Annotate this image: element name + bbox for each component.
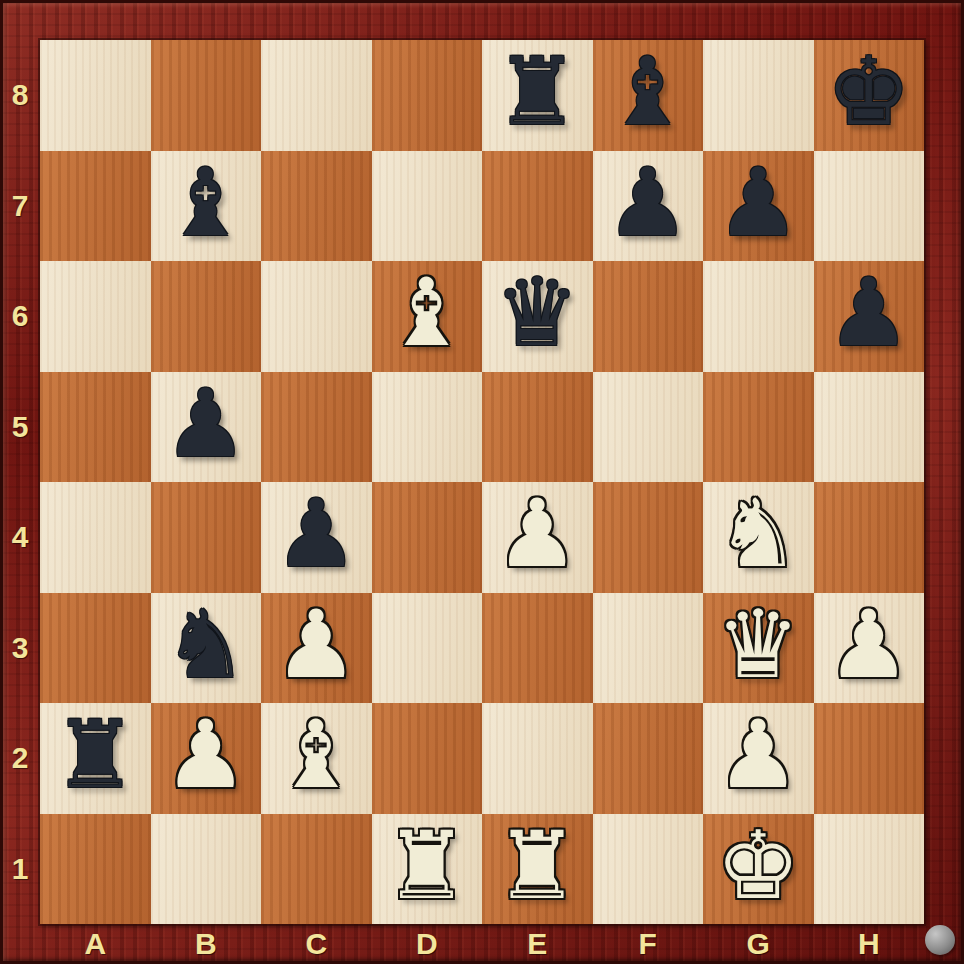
square-c5[interactable] xyxy=(261,372,372,483)
white-bishop[interactable]: ♝ xyxy=(274,708,358,802)
rank-label-6: 6 xyxy=(0,261,40,372)
square-c7[interactable] xyxy=(261,151,372,262)
square-b8[interactable] xyxy=(151,40,262,151)
square-b5[interactable]: ♟ xyxy=(151,372,262,483)
square-f8[interactable]: ♝ xyxy=(593,40,704,151)
square-d4[interactable] xyxy=(372,482,483,593)
square-g3[interactable]: ♛ xyxy=(703,593,814,704)
chess-board: ♜♝♚♝♟♟♝♛♟♟♟♟♞♞♟♛♟♜♟♝♟♜♜♚ xyxy=(40,40,924,924)
square-d3[interactable] xyxy=(372,593,483,704)
square-d7[interactable] xyxy=(372,151,483,262)
square-f7[interactable]: ♟ xyxy=(593,151,704,262)
square-h8[interactable]: ♚ xyxy=(814,40,925,151)
file-label-a: A xyxy=(40,924,151,964)
black-pawn[interactable]: ♟ xyxy=(716,156,800,250)
square-h4[interactable] xyxy=(814,482,925,593)
square-g1[interactable]: ♚ xyxy=(703,814,814,925)
square-f5[interactable] xyxy=(593,372,704,483)
square-c1[interactable] xyxy=(261,814,372,925)
square-b6[interactable] xyxy=(151,261,262,372)
square-a6[interactable] xyxy=(40,261,151,372)
square-h5[interactable] xyxy=(814,372,925,483)
square-f2[interactable] xyxy=(593,703,704,814)
square-h3[interactable]: ♟ xyxy=(814,593,925,704)
square-b7[interactable]: ♝ xyxy=(151,151,262,262)
file-label-b: B xyxy=(151,924,262,964)
square-h2[interactable] xyxy=(814,703,925,814)
black-king[interactable]: ♚ xyxy=(827,45,911,139)
square-h1[interactable] xyxy=(814,814,925,925)
square-e7[interactable] xyxy=(482,151,593,262)
square-g2[interactable]: ♟ xyxy=(703,703,814,814)
square-e4[interactable]: ♟ xyxy=(482,482,593,593)
file-label-h: H xyxy=(814,924,925,964)
black-bishop[interactable]: ♝ xyxy=(606,45,690,139)
square-c3[interactable]: ♟ xyxy=(261,593,372,704)
rank-label-4: 4 xyxy=(0,482,40,593)
rank-label-1: 1 xyxy=(0,814,40,925)
rank-label-5: 5 xyxy=(0,372,40,483)
square-c2[interactable]: ♝ xyxy=(261,703,372,814)
square-b2[interactable]: ♟ xyxy=(151,703,262,814)
square-e6[interactable]: ♛ xyxy=(482,261,593,372)
square-g7[interactable]: ♟ xyxy=(703,151,814,262)
black-rook[interactable]: ♜ xyxy=(495,45,579,139)
square-d2[interactable] xyxy=(372,703,483,814)
square-d6[interactable]: ♝ xyxy=(372,261,483,372)
white-pawn[interactable]: ♟ xyxy=(827,598,911,692)
rank-label-8: 8 xyxy=(0,40,40,151)
white-bishop[interactable]: ♝ xyxy=(385,266,469,360)
square-a1[interactable] xyxy=(40,814,151,925)
square-b1[interactable] xyxy=(151,814,262,925)
square-e5[interactable] xyxy=(482,372,593,483)
square-e8[interactable]: ♜ xyxy=(482,40,593,151)
black-bishop[interactable]: ♝ xyxy=(164,156,248,250)
square-a5[interactable] xyxy=(40,372,151,483)
white-rook[interactable]: ♜ xyxy=(385,819,469,913)
file-labels: ABCDEFGH xyxy=(40,924,924,964)
white-pawn[interactable]: ♟ xyxy=(716,708,800,802)
rank-label-7: 7 xyxy=(0,151,40,262)
square-e1[interactable]: ♜ xyxy=(482,814,593,925)
chessboard-diagram: 87654321 ABCDEFGH ♜♝♚♝♟♟♝♛♟♟♟♟♞♞♟♛♟♜♟♝♟♜… xyxy=(0,0,964,964)
white-pawn[interactable]: ♟ xyxy=(495,487,579,581)
square-f1[interactable] xyxy=(593,814,704,925)
square-h6[interactable]: ♟ xyxy=(814,261,925,372)
square-d1[interactable]: ♜ xyxy=(372,814,483,925)
square-a8[interactable] xyxy=(40,40,151,151)
square-f3[interactable] xyxy=(593,593,704,704)
file-label-d: D xyxy=(372,924,483,964)
black-rook[interactable]: ♜ xyxy=(53,708,137,802)
white-knight[interactable]: ♞ xyxy=(716,487,800,581)
file-label-c: C xyxy=(261,924,372,964)
square-g4[interactable]: ♞ xyxy=(703,482,814,593)
square-f4[interactable] xyxy=(593,482,704,593)
black-pawn[interactable]: ♟ xyxy=(274,487,358,581)
square-a7[interactable] xyxy=(40,151,151,262)
black-knight[interactable]: ♞ xyxy=(164,598,248,692)
square-h7[interactable] xyxy=(814,151,925,262)
square-c8[interactable] xyxy=(261,40,372,151)
square-b3[interactable]: ♞ xyxy=(151,593,262,704)
square-g6[interactable] xyxy=(703,261,814,372)
black-pawn[interactable]: ♟ xyxy=(827,266,911,360)
black-queen[interactable]: ♛ xyxy=(495,266,579,360)
square-a2[interactable]: ♜ xyxy=(40,703,151,814)
white-rook[interactable]: ♜ xyxy=(495,819,579,913)
file-label-g: G xyxy=(703,924,814,964)
black-pawn[interactable]: ♟ xyxy=(606,156,690,250)
square-c6[interactable] xyxy=(261,261,372,372)
white-pawn[interactable]: ♟ xyxy=(274,598,358,692)
square-g5[interactable] xyxy=(703,372,814,483)
corner-sphere-decoration xyxy=(925,925,955,955)
rank-labels: 87654321 xyxy=(0,40,40,924)
square-e3[interactable] xyxy=(482,593,593,704)
white-queen[interactable]: ♛ xyxy=(716,598,800,692)
square-c4[interactable]: ♟ xyxy=(261,482,372,593)
file-label-e: E xyxy=(482,924,593,964)
black-pawn[interactable]: ♟ xyxy=(164,377,248,471)
white-king[interactable]: ♚ xyxy=(716,819,800,913)
square-d5[interactable] xyxy=(372,372,483,483)
square-f6[interactable] xyxy=(593,261,704,372)
square-a4[interactable] xyxy=(40,482,151,593)
rank-label-3: 3 xyxy=(0,593,40,704)
square-e2[interactable] xyxy=(482,703,593,814)
file-label-f: F xyxy=(593,924,704,964)
white-pawn[interactable]: ♟ xyxy=(164,708,248,802)
square-b4[interactable] xyxy=(151,482,262,593)
square-a3[interactable] xyxy=(40,593,151,704)
square-d8[interactable] xyxy=(372,40,483,151)
square-g8[interactable] xyxy=(703,40,814,151)
rank-label-2: 2 xyxy=(0,703,40,814)
